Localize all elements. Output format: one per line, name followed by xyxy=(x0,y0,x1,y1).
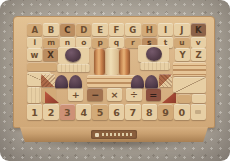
block-glyph: v xyxy=(196,38,201,47)
letter-block: w xyxy=(27,48,42,61)
letter-block: D xyxy=(76,23,91,36)
number-block: 4 xyxy=(76,104,91,120)
operator-block: + xyxy=(68,88,83,101)
block-glyph: 7 xyxy=(130,107,137,118)
block-glyph: p xyxy=(97,38,102,47)
operator-block: − xyxy=(87,88,102,101)
carpet-background: ABCDEFGHIJK lmnopqrstuv wX YZ +−×÷= 1234… xyxy=(0,0,230,161)
block-glyph: 6 xyxy=(113,107,120,118)
letter-block: J xyxy=(174,23,189,36)
operator-row: +−×÷= xyxy=(68,88,161,101)
block-glyph: E xyxy=(97,25,103,35)
block-glyph: m xyxy=(47,38,55,47)
letter-block: G xyxy=(125,23,140,36)
number-block: 7 xyxy=(125,104,140,120)
block-glyph: 3 xyxy=(64,107,71,118)
letter-row-wx: wX xyxy=(27,48,58,61)
block-glyph: G xyxy=(129,25,136,35)
tray-front-edge xyxy=(16,127,212,142)
plank-stack xyxy=(173,62,206,76)
number-block: 2 xyxy=(43,104,58,120)
number-block: 6 xyxy=(109,104,124,120)
number-block xyxy=(191,104,206,120)
operator-block: × xyxy=(107,88,122,101)
striped-triangle-block xyxy=(159,74,172,87)
operator-block: ÷ xyxy=(126,88,141,101)
block-glyph: 5 xyxy=(97,107,104,118)
block-glyph: Y xyxy=(179,50,185,60)
letter-block: v xyxy=(191,37,206,48)
cylinder-block xyxy=(94,48,105,75)
block-glyph: ÷ xyxy=(130,89,138,100)
block-glyph: C xyxy=(64,25,70,35)
half-cylinder-dome xyxy=(69,75,82,88)
plank-block xyxy=(57,64,90,72)
plum-disc xyxy=(146,47,162,61)
cylinder-block xyxy=(119,48,130,75)
brand-plaque-text xyxy=(102,133,133,136)
block-glyph: r xyxy=(131,38,135,47)
number-block: 8 xyxy=(142,104,157,120)
plank-stack xyxy=(87,75,137,87)
plank-block xyxy=(27,62,57,71)
block-glyph: D xyxy=(80,25,87,35)
letter-block: K xyxy=(191,23,206,36)
letter-block: X xyxy=(43,48,58,61)
letter-block: Y xyxy=(175,48,190,61)
block-glyph: × xyxy=(111,89,119,100)
operator-block: = xyxy=(146,88,161,101)
letter-block: l xyxy=(27,37,42,48)
number-block: 0 xyxy=(174,104,189,120)
number-block: 9 xyxy=(158,104,173,120)
striped-triangle-block xyxy=(41,74,55,87)
block-glyph: q xyxy=(114,38,119,47)
block-glyph: n xyxy=(65,38,70,47)
pillar-plank-block xyxy=(106,48,118,75)
letter-block: n xyxy=(60,37,75,48)
block-glyph: + xyxy=(72,89,80,100)
letter-block: m xyxy=(43,37,58,48)
block-glyph: F xyxy=(114,25,120,35)
cube-block xyxy=(178,94,191,103)
block-glyph: u xyxy=(179,38,184,47)
cube-block xyxy=(27,87,41,103)
letter-block: C xyxy=(60,23,75,36)
wedge-prism-block xyxy=(173,77,206,93)
letter-row-yz: YZ xyxy=(175,48,206,61)
block-glyph: K xyxy=(195,25,202,35)
letter-block: I xyxy=(158,23,173,36)
block-glyph: A xyxy=(31,25,38,35)
letter-block: Z xyxy=(191,48,206,61)
block-glyph: I xyxy=(164,25,167,35)
disc-holder-block xyxy=(58,47,89,64)
letter-block: u xyxy=(174,37,189,48)
lowercase-letter-row: lmnopqrstuv xyxy=(27,37,206,48)
half-cylinder-dome xyxy=(131,75,144,88)
letter-block: q xyxy=(109,37,124,48)
block-glyph: = xyxy=(149,89,157,100)
block-glyph: H xyxy=(146,25,153,35)
block-glyph: Z xyxy=(195,50,201,60)
block-glyph: − xyxy=(91,89,99,100)
brand-plaque xyxy=(91,130,137,139)
letter-block: B xyxy=(43,23,58,36)
block-glyph: 0 xyxy=(179,107,186,118)
block-glyph: 2 xyxy=(48,107,55,118)
block-glyph: 9 xyxy=(162,107,169,118)
number-block: 3 xyxy=(60,104,75,120)
block-glyph: o xyxy=(81,38,86,47)
block-glyph: 4 xyxy=(80,107,87,118)
block-glyph: B xyxy=(48,25,54,35)
plank-block xyxy=(140,62,170,70)
number-block: 5 xyxy=(92,104,107,120)
half-cylinder-dome xyxy=(145,75,158,88)
letter-block: A xyxy=(27,23,42,36)
number-block: 1 xyxy=(27,104,42,120)
block-tray: ABCDEFGHIJK lmnopqrstuv wX YZ +−×÷= 1234… xyxy=(13,16,215,128)
plum-disc xyxy=(65,48,81,62)
block-glyph: w xyxy=(31,50,39,60)
number-row: 1234567890 xyxy=(27,104,206,120)
letter-block: H xyxy=(142,23,157,36)
block-glyph: 8 xyxy=(146,107,153,118)
tray-interior: ABCDEFGHIJK lmnopqrstuv wX YZ +−×÷= 1234… xyxy=(26,23,207,122)
block-glyph: 1 xyxy=(31,107,38,118)
uppercase-letter-row: ABCDEFGHIJK xyxy=(27,23,206,36)
letter-block: p xyxy=(92,37,107,48)
letter-block: o xyxy=(76,37,91,48)
block-glyph: J xyxy=(180,25,183,35)
brand-logo-icon xyxy=(95,133,99,137)
disc-holder-block xyxy=(138,45,169,62)
block-glyph: l xyxy=(33,38,36,47)
letter-block: F xyxy=(109,23,124,36)
half-cylinder-dome xyxy=(55,75,68,88)
letter-block: E xyxy=(92,23,107,36)
block-glyph: X xyxy=(47,50,54,60)
cube-block xyxy=(192,94,206,103)
